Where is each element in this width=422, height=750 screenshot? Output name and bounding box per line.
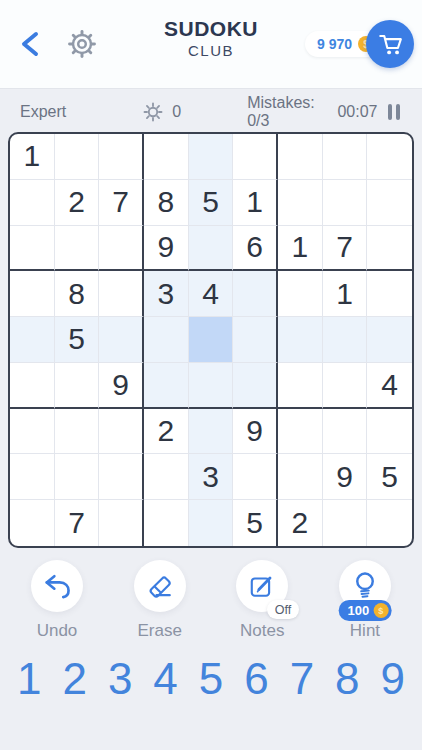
numpad-3[interactable]: 3 — [108, 657, 132, 701]
cell-r5c3[interactable] — [99, 317, 144, 363]
cell-r5c4[interactable] — [144, 317, 189, 363]
pencil-square-icon — [246, 570, 278, 602]
gear-icon — [65, 27, 99, 61]
cell-r5c5[interactable] — [189, 317, 234, 363]
cell-r3c3[interactable] — [99, 226, 144, 272]
cell-r1c7[interactable] — [278, 134, 323, 180]
difficulty-label: Expert — [20, 103, 66, 121]
cell-r2c7[interactable] — [278, 180, 323, 226]
cell-r8c8[interactable]: 9 — [323, 454, 368, 500]
hint-cost-badge: 100 $ — [339, 600, 392, 621]
cell-r9c6[interactable]: 5 — [233, 500, 278, 546]
undo-arrow-icon — [41, 570, 73, 602]
cell-r8c3[interactable] — [99, 454, 144, 500]
cell-r6c5[interactable] — [189, 363, 234, 409]
cell-r7c1[interactable] — [10, 409, 55, 455]
cell-r7c4[interactable]: 2 — [144, 409, 189, 455]
cell-r3c7[interactable]: 1 — [278, 226, 323, 272]
cell-r8c7[interactable] — [278, 454, 323, 500]
cell-r6c7[interactable] — [278, 363, 323, 409]
cell-r7c3[interactable] — [99, 409, 144, 455]
cell-r2c3[interactable]: 7 — [99, 180, 144, 226]
numpad-8[interactable]: 8 — [335, 657, 359, 701]
cell-r9c2[interactable]: 7 — [55, 500, 100, 546]
cell-r3c1[interactable] — [10, 226, 55, 272]
cell-r9c3[interactable] — [99, 500, 144, 546]
title-main: SUDOKU — [164, 17, 258, 41]
notes-off-badge: Off — [267, 600, 299, 619]
cell-r6c9[interactable]: 4 — [367, 363, 412, 409]
app-title: SUDOKU CLUB — [164, 17, 258, 59]
cell-r7c9[interactable] — [367, 409, 412, 455]
coin-amount: 9 970 — [317, 36, 352, 52]
cell-r8c6[interactable] — [233, 454, 278, 500]
numpad-1[interactable]: 1 — [17, 657, 41, 701]
numpad-6[interactable]: 6 — [244, 657, 268, 701]
cell-r4c8[interactable]: 1 — [323, 271, 368, 317]
notes-button[interactable]: Off Notes — [231, 560, 293, 641]
cell-r1c1[interactable]: 1 — [10, 134, 55, 180]
timer-value: 00:07 — [337, 103, 377, 121]
cell-r3c5[interactable] — [189, 226, 234, 272]
eraser-icon — [144, 570, 176, 602]
cell-r9c1[interactable] — [10, 500, 55, 546]
numpad-5[interactable]: 5 — [199, 657, 223, 701]
score-group: 0 — [142, 101, 181, 123]
cell-r5c6[interactable] — [233, 317, 278, 363]
cell-r1c2[interactable] — [55, 134, 100, 180]
hint-label: Hint — [350, 621, 380, 641]
cell-r1c3[interactable] — [99, 134, 144, 180]
cell-r6c8[interactable] — [323, 363, 368, 409]
cell-r8c9[interactable]: 5 — [367, 454, 412, 500]
numpad-9[interactable]: 9 — [381, 657, 405, 701]
settings-button[interactable] — [64, 26, 100, 62]
cell-r4c4[interactable]: 3 — [144, 271, 189, 317]
title-sub: CLUB — [164, 42, 258, 59]
cell-r3c4[interactable]: 9 — [144, 226, 189, 272]
notes-label: Notes — [240, 621, 284, 641]
header: SUDOKU CLUB 9 970 $ — [0, 0, 422, 88]
cell-r4c7[interactable] — [278, 271, 323, 317]
erase-button[interactable]: Erase — [129, 560, 191, 641]
lightbulb-icon — [348, 569, 382, 603]
cell-r3c6[interactable]: 6 — [233, 226, 278, 272]
cell-r2c9[interactable] — [367, 180, 412, 226]
cell-r2c2[interactable]: 2 — [55, 180, 100, 226]
cell-r5c8[interactable] — [323, 317, 368, 363]
undo-label: Undo — [37, 621, 78, 641]
cell-r6c6[interactable] — [233, 363, 278, 409]
hint-button[interactable]: 100 $ Hint — [334, 560, 396, 641]
cell-r6c2[interactable] — [55, 363, 100, 409]
coin-icon: $ — [373, 603, 388, 618]
sudoku-board: 1278519617834159429395752 — [8, 132, 414, 548]
cell-r6c1[interactable] — [10, 363, 55, 409]
cell-r6c3[interactable]: 9 — [99, 363, 144, 409]
cell-r2c6[interactable]: 1 — [233, 180, 278, 226]
cell-r2c8[interactable] — [323, 180, 368, 226]
cell-r8c4[interactable] — [144, 454, 189, 500]
cell-r6c4[interactable] — [144, 363, 189, 409]
cell-r7c5[interactable] — [189, 409, 234, 455]
cell-r1c4[interactable] — [144, 134, 189, 180]
shop-button[interactable] — [366, 20, 414, 68]
cell-r4c9[interactable] — [367, 271, 412, 317]
cell-r4c5[interactable]: 4 — [189, 271, 234, 317]
cell-r5c7[interactable] — [278, 317, 323, 363]
sudoku-app: { "game": "sudoku", "position": "1000000… — [0, 0, 422, 750]
back-button[interactable] — [14, 28, 46, 60]
cell-r9c9[interactable] — [367, 500, 412, 546]
cell-r4c2[interactable]: 8 — [55, 271, 100, 317]
cell-r1c8[interactable] — [323, 134, 368, 180]
pause-button[interactable] — [386, 102, 403, 122]
cell-r2c5[interactable]: 5 — [189, 180, 234, 226]
cell-r8c5[interactable]: 3 — [189, 454, 234, 500]
numpad: 123456789 — [0, 657, 422, 701]
cell-r7c7[interactable] — [278, 409, 323, 455]
erase-label: Erase — [137, 621, 181, 641]
cell-r3c9[interactable] — [367, 226, 412, 272]
cell-r1c9[interactable] — [367, 134, 412, 180]
numpad-7[interactable]: 7 — [290, 657, 314, 701]
cell-r5c1[interactable] — [10, 317, 55, 363]
cell-r9c5[interactable] — [189, 500, 234, 546]
numpad-2[interactable]: 2 — [62, 657, 86, 701]
numpad-4[interactable]: 4 — [153, 657, 177, 701]
toolbar: Undo Erase — [0, 560, 422, 641]
cart-icon — [375, 29, 405, 59]
cell-r2c1[interactable] — [10, 180, 55, 226]
cell-r4c3[interactable] — [99, 271, 144, 317]
cell-r2c4[interactable]: 8 — [144, 180, 189, 226]
pause-icon — [388, 104, 393, 120]
cell-r9c4[interactable] — [144, 500, 189, 546]
cell-r4c6[interactable] — [233, 271, 278, 317]
cell-r8c2[interactable] — [55, 454, 100, 500]
cell-r3c8[interactable]: 7 — [323, 226, 368, 272]
mistakes-label: Mistakes: 0/3 — [247, 94, 337, 130]
undo-button[interactable]: Undo — [26, 560, 88, 641]
sun-icon — [142, 101, 164, 123]
cell-r8c1[interactable] — [10, 454, 55, 500]
cell-r5c9[interactable] — [367, 317, 412, 363]
cell-r7c8[interactable] — [323, 409, 368, 455]
cell-r7c6[interactable]: 9 — [233, 409, 278, 455]
hint-cost-value: 100 — [348, 603, 370, 618]
status-bar: Expert 0 Mistakes: 0/3 00:07 — [0, 99, 422, 125]
cell-r1c6[interactable] — [233, 134, 278, 180]
cell-r9c7[interactable]: 2 — [278, 500, 323, 546]
timer-group: 00:07 — [337, 102, 402, 122]
cell-r1c5[interactable] — [189, 134, 234, 180]
cell-r9c8[interactable] — [323, 500, 368, 546]
cell-r7c2[interactable] — [55, 409, 100, 455]
cell-r3c2[interactable] — [55, 226, 100, 272]
chevron-left-icon — [17, 30, 43, 58]
score-value: 0 — [172, 103, 181, 121]
cell-r5c2[interactable]: 5 — [55, 317, 100, 363]
cell-r4c1[interactable] — [10, 271, 55, 317]
